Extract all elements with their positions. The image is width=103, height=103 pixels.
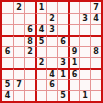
cell-r6c2[interactable] [13,57,24,68]
cell-r4c1[interactable] [2,35,13,46]
cell-r2c5: 2 [46,13,57,24]
cell-r9c8: 1 [79,90,90,101]
cell-r9c6: 5 [57,90,68,101]
cell-r1c4: 1 [35,2,46,13]
cell-r4c6: 6 [57,35,68,46]
cell-r2c2[interactable] [13,13,24,24]
cell-r7c4[interactable] [35,68,46,79]
cell-r7c6: 1 [57,68,68,79]
cell-r1c3[interactable] [24,2,35,13]
cell-r3c5: 3 [46,24,57,35]
cell-r2c8: 3 [79,13,90,24]
cell-r7c5: 4 [46,68,57,79]
cell-r4c5[interactable] [46,35,57,46]
cell-r3c3: 6 [24,24,35,35]
cell-r6c4: 2 [35,57,46,68]
cell-r9c3[interactable] [24,90,35,101]
cell-r5c8[interactable] [79,46,90,57]
cell-r3c1[interactable] [2,24,13,35]
cell-r5c1: 6 [2,46,13,57]
cell-r6c1[interactable] [2,57,13,68]
cell-r8c6[interactable] [57,79,68,90]
cell-r5c3: 2 [24,46,35,57]
cell-r5c5[interactable] [46,46,57,57]
cell-r6c3[interactable] [24,57,35,68]
cell-r7c8[interactable] [79,68,90,79]
cell-r8c7[interactable] [68,79,79,90]
cell-r2c3[interactable] [24,13,35,24]
cell-r7c9[interactable] [90,68,101,79]
cell-r8c4[interactable] [35,79,46,90]
cell-r8c8[interactable] [79,79,90,90]
cell-r7c7: 6 [68,68,79,79]
cell-r3c8[interactable] [79,24,90,35]
cell-r4c4: 5 [35,35,46,46]
cell-r9c9[interactable] [90,90,101,101]
cell-r7c3[interactable] [24,68,35,79]
sudoku-board: 2172346438566298231416576451 [0,0,103,103]
cell-r2c1[interactable] [2,13,13,24]
cell-r4c9[interactable] [90,35,101,46]
cell-r8c5: 6 [46,79,57,90]
cell-r6c7: 1 [68,57,79,68]
cell-r5c6[interactable] [57,46,68,57]
cell-r1c2: 2 [13,2,24,13]
cell-r8c2: 7 [13,79,24,90]
cell-r8c9[interactable] [90,79,101,90]
cell-r3c7[interactable] [68,24,79,35]
cell-r6c5[interactable] [46,57,57,68]
cell-r1c1[interactable] [2,2,13,13]
cell-r6c6: 3 [57,57,68,68]
cell-r1c5[interactable] [46,2,57,13]
cell-r2c7[interactable] [68,13,79,24]
cell-r2c4[interactable] [35,13,46,24]
cell-r4c3: 8 [24,35,35,46]
cell-r3c4: 4 [35,24,46,35]
cell-r7c2[interactable] [13,68,24,79]
cell-r7c1[interactable] [2,68,13,79]
cell-r9c4[interactable] [35,90,46,101]
cell-r6c8[interactable] [79,57,90,68]
cell-r1c6[interactable] [57,2,68,13]
cell-r8c3[interactable] [24,79,35,90]
cell-r1c7[interactable] [68,2,79,13]
cell-r3c9[interactable] [90,24,101,35]
cell-r3c2[interactable] [13,24,24,35]
cell-r5c7: 9 [68,46,79,57]
cell-r4c7[interactable] [68,35,79,46]
cell-r9c5[interactable] [46,90,57,101]
cell-r5c4[interactable] [35,46,46,57]
cell-r3c6[interactable] [57,24,68,35]
cell-r4c2[interactable] [13,35,24,46]
cell-r2c6[interactable] [57,13,68,24]
cell-r1c9: 7 [90,2,101,13]
cell-r5c9: 8 [90,46,101,57]
cell-r4c8[interactable] [79,35,90,46]
cell-r6c9[interactable] [90,57,101,68]
cell-r9c7[interactable] [68,90,79,101]
cell-r8c1: 5 [2,79,13,90]
cell-r9c2[interactable] [13,90,24,101]
cell-r2c9: 4 [90,13,101,24]
cell-r1c8[interactable] [79,2,90,13]
cell-r5c2[interactable] [13,46,24,57]
cell-r9c1: 4 [2,90,13,101]
